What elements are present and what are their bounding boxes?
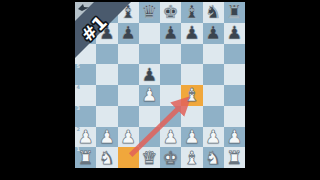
square-f8[interactable]: ♝ bbox=[181, 2, 202, 23]
black-bishop-c8[interactable]: ♝ bbox=[120, 3, 136, 21]
square-b7[interactable]: ♟ bbox=[96, 23, 117, 44]
square-b8[interactable]: ♞ bbox=[96, 2, 117, 23]
white-pawn-a2[interactable]: ♟ bbox=[78, 128, 94, 146]
black-queen-d8[interactable]: ♛ bbox=[141, 3, 157, 21]
rank-label-6: 6 bbox=[77, 44, 80, 49]
white-bishop-f4[interactable]: ♝ bbox=[184, 86, 200, 104]
square-e3[interactable] bbox=[160, 106, 181, 127]
square-g5[interactable] bbox=[203, 64, 224, 85]
square-a7[interactable]: 7♟ bbox=[75, 23, 96, 44]
square-c7[interactable]: ♟ bbox=[118, 23, 139, 44]
square-e8[interactable]: ♚ bbox=[160, 2, 181, 23]
video-frame: 8♜♞♝♛♚♝♞♜7♟♟♟♟♟♟♟65♟4♟♝32♟♟♟♟♟♟♟1♜♞♛♚♝♞♜… bbox=[0, 0, 320, 180]
white-knight-b1[interactable]: ♞ bbox=[99, 149, 115, 167]
black-knight-b8[interactable]: ♞ bbox=[99, 3, 115, 21]
rank-label-4: 4 bbox=[77, 85, 80, 90]
square-h8[interactable]: ♜ bbox=[224, 2, 245, 23]
square-c4[interactable] bbox=[118, 85, 139, 106]
square-e7[interactable]: ♟ bbox=[160, 23, 181, 44]
square-e4[interactable] bbox=[160, 85, 181, 106]
square-h4[interactable] bbox=[224, 85, 245, 106]
square-g2[interactable]: ♟ bbox=[203, 127, 224, 148]
square-g4[interactable] bbox=[203, 85, 224, 106]
square-f2[interactable]: ♟ bbox=[181, 127, 202, 148]
square-h3[interactable] bbox=[224, 106, 245, 127]
square-e1[interactable]: ♚ bbox=[160, 147, 181, 168]
black-pawn-a7[interactable]: ♟ bbox=[78, 24, 94, 42]
square-c3[interactable] bbox=[118, 106, 139, 127]
square-b6[interactable] bbox=[96, 44, 117, 65]
square-h5[interactable] bbox=[224, 64, 245, 85]
black-knight-g8[interactable]: ♞ bbox=[205, 3, 221, 21]
white-king-e1[interactable]: ♚ bbox=[163, 149, 179, 167]
white-bishop-f1[interactable]: ♝ bbox=[184, 149, 200, 167]
square-a6[interactable]: 6 bbox=[75, 44, 96, 65]
square-b1[interactable]: ♞ bbox=[96, 147, 117, 168]
black-king-e8[interactable]: ♚ bbox=[163, 3, 179, 21]
square-a5[interactable]: 5 bbox=[75, 64, 96, 85]
square-h1[interactable]: ♜ bbox=[224, 147, 245, 168]
square-b2[interactable]: ♟ bbox=[96, 127, 117, 148]
square-e6[interactable] bbox=[160, 44, 181, 65]
black-rook-a8[interactable]: ♜ bbox=[78, 3, 94, 21]
black-pawn-g7[interactable]: ♟ bbox=[205, 24, 221, 42]
square-d2[interactable] bbox=[139, 127, 160, 148]
square-f6[interactable] bbox=[181, 44, 202, 65]
white-pawn-g2[interactable]: ♟ bbox=[205, 128, 221, 146]
square-h6[interactable] bbox=[224, 44, 245, 65]
chess-board: 8♜♞♝♛♚♝♞♜7♟♟♟♟♟♟♟65♟4♟♝32♟♟♟♟♟♟♟1♜♞♛♚♝♞♜ bbox=[75, 2, 245, 168]
square-c2[interactable]: ♟ bbox=[118, 127, 139, 148]
black-pawn-b7[interactable]: ♟ bbox=[99, 24, 115, 42]
square-d5[interactable]: ♟ bbox=[139, 64, 160, 85]
square-d7[interactable] bbox=[139, 23, 160, 44]
square-g8[interactable]: ♞ bbox=[203, 2, 224, 23]
square-b5[interactable] bbox=[96, 64, 117, 85]
black-pawn-h7[interactable]: ♟ bbox=[226, 24, 242, 42]
square-c8[interactable]: ♝ bbox=[118, 2, 139, 23]
black-pawn-c7[interactable]: ♟ bbox=[120, 24, 136, 42]
square-g6[interactable] bbox=[203, 44, 224, 65]
square-a8[interactable]: 8♜ bbox=[75, 2, 96, 23]
white-pawn-c2[interactable]: ♟ bbox=[120, 128, 136, 146]
square-f3[interactable] bbox=[181, 106, 202, 127]
square-a2[interactable]: 2♟ bbox=[75, 127, 96, 148]
square-f5[interactable] bbox=[181, 64, 202, 85]
square-h7[interactable]: ♟ bbox=[224, 23, 245, 44]
square-b4[interactable] bbox=[96, 85, 117, 106]
square-g1[interactable]: ♞ bbox=[203, 147, 224, 168]
square-f4[interactable]: ♝ bbox=[181, 85, 202, 106]
black-pawn-f7[interactable]: ♟ bbox=[184, 24, 200, 42]
square-f7[interactable]: ♟ bbox=[181, 23, 202, 44]
white-queen-d1[interactable]: ♛ bbox=[141, 149, 157, 167]
black-pawn-e7[interactable]: ♟ bbox=[163, 24, 179, 42]
square-c5[interactable] bbox=[118, 64, 139, 85]
square-g7[interactable]: ♟ bbox=[203, 23, 224, 44]
black-rook-h8[interactable]: ♜ bbox=[226, 3, 242, 21]
black-bishop-f8[interactable]: ♝ bbox=[184, 3, 200, 21]
square-d3[interactable] bbox=[139, 106, 160, 127]
square-d8[interactable]: ♛ bbox=[139, 2, 160, 23]
rank-label-5: 5 bbox=[77, 64, 80, 69]
square-d1[interactable]: ♛ bbox=[139, 147, 160, 168]
white-pawn-d4[interactable]: ♟ bbox=[141, 86, 157, 104]
white-pawn-f2[interactable]: ♟ bbox=[184, 128, 200, 146]
square-g3[interactable] bbox=[203, 106, 224, 127]
square-b3[interactable] bbox=[96, 106, 117, 127]
square-e5[interactable] bbox=[160, 64, 181, 85]
square-a4[interactable]: 4 bbox=[75, 85, 96, 106]
rank-label-3: 3 bbox=[77, 106, 80, 111]
square-e2[interactable]: ♟ bbox=[160, 127, 181, 148]
square-c1[interactable] bbox=[118, 147, 139, 168]
square-f1[interactable]: ♝ bbox=[181, 147, 202, 168]
square-d6[interactable] bbox=[139, 44, 160, 65]
square-d4[interactable]: ♟ bbox=[139, 85, 160, 106]
square-h2[interactable]: ♟ bbox=[224, 127, 245, 148]
white-pawn-h2[interactable]: ♟ bbox=[226, 128, 242, 146]
square-a3[interactable]: 3 bbox=[75, 106, 96, 127]
white-rook-a1[interactable]: ♜ bbox=[78, 149, 94, 167]
white-knight-g1[interactable]: ♞ bbox=[205, 149, 221, 167]
white-pawn-b2[interactable]: ♟ bbox=[99, 128, 115, 146]
square-a1[interactable]: 1♜ bbox=[75, 147, 96, 168]
white-pawn-e2[interactable]: ♟ bbox=[163, 128, 179, 146]
square-c6[interactable] bbox=[118, 44, 139, 65]
white-rook-h1[interactable]: ♜ bbox=[226, 149, 242, 167]
black-pawn-d5[interactable]: ♟ bbox=[141, 66, 157, 84]
